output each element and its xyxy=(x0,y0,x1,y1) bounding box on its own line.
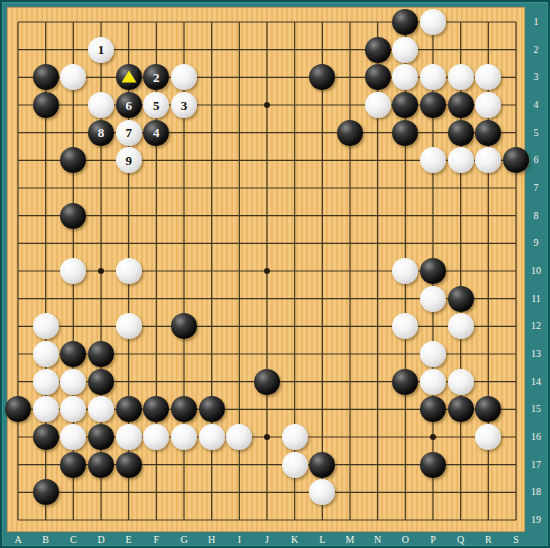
stone-black-D13 xyxy=(88,341,114,367)
column-label-N: N xyxy=(369,533,387,547)
column-label-I: I xyxy=(230,533,248,547)
stone-black-M5 xyxy=(337,120,363,146)
stone-black-O1 xyxy=(392,9,418,35)
row-label-17: 17 xyxy=(524,458,548,472)
stone-black-J14 xyxy=(254,369,280,395)
stone-white-G3 xyxy=(171,64,197,90)
stone-black-F15 xyxy=(143,396,169,422)
column-label-A: A xyxy=(9,533,27,547)
stone-black-C6 xyxy=(60,147,86,173)
row-label-11: 11 xyxy=(524,292,548,306)
stone-white-P11 xyxy=(420,286,446,312)
stone-black-D17 xyxy=(88,452,114,478)
stone-black-B16 xyxy=(33,424,59,450)
column-label-S: S xyxy=(507,533,525,547)
stone-white-E10 xyxy=(116,258,142,284)
stone-white-G16 xyxy=(171,424,197,450)
column-label-B: B xyxy=(37,533,55,547)
stone-black-B3 xyxy=(33,64,59,90)
stone-black-R15 xyxy=(475,396,501,422)
stone-black-H15 xyxy=(199,396,225,422)
move-number: 4 xyxy=(153,126,160,139)
stone-white-P6 xyxy=(420,147,446,173)
stone-black-C13 xyxy=(60,341,86,367)
row-label-9: 9 xyxy=(524,236,548,250)
move-number: 7 xyxy=(125,126,132,139)
stone-white-P3 xyxy=(420,64,446,90)
move-number: 9 xyxy=(125,154,132,167)
column-label-L: L xyxy=(313,533,331,547)
column-label-O: O xyxy=(396,533,414,547)
stone-black-Q11 xyxy=(448,286,474,312)
stone-white-H16 xyxy=(199,424,225,450)
row-label-12: 12 xyxy=(524,319,548,333)
stone-black-A15 xyxy=(5,396,31,422)
stone-black-Q4 xyxy=(448,92,474,118)
column-label-G: G xyxy=(175,533,193,547)
stone-black-E15 xyxy=(116,396,142,422)
row-label-16: 16 xyxy=(524,430,548,444)
column-label-D: D xyxy=(92,533,110,547)
stone-black-D14 xyxy=(88,369,114,395)
stone-white-B15 xyxy=(33,396,59,422)
column-label-Q: Q xyxy=(452,533,470,547)
stone-black-E4: 6 xyxy=(116,92,142,118)
column-label-C: C xyxy=(64,533,82,547)
stone-white-R3 xyxy=(475,64,501,90)
stone-white-D2: 1 xyxy=(88,37,114,63)
stone-white-I16 xyxy=(226,424,252,450)
stone-white-R6 xyxy=(475,147,501,173)
stone-black-D5: 8 xyxy=(88,120,114,146)
stone-white-Q3 xyxy=(448,64,474,90)
triangle-marker-icon xyxy=(116,64,142,90)
stone-white-G4: 3 xyxy=(171,92,197,118)
row-label-7: 7 xyxy=(524,181,548,195)
stone-white-Q6 xyxy=(448,147,474,173)
move-number: 3 xyxy=(181,99,188,112)
stone-white-C3 xyxy=(60,64,86,90)
stone-white-B14 xyxy=(33,369,59,395)
row-label-1: 1 xyxy=(524,15,548,29)
stone-white-Q12 xyxy=(448,313,474,339)
row-label-3: 3 xyxy=(524,70,548,84)
stone-black-Q5 xyxy=(448,120,474,146)
stone-black-P10 xyxy=(420,258,446,284)
stone-black-N2 xyxy=(365,37,391,63)
row-label-19: 19 xyxy=(524,513,548,527)
stone-white-D4 xyxy=(88,92,114,118)
move-number: 1 xyxy=(98,43,105,56)
stone-white-B13 xyxy=(33,341,59,367)
stone-white-F16 xyxy=(143,424,169,450)
go-board[interactable]: 126538749 xyxy=(8,8,524,531)
row-label-14: 14 xyxy=(524,375,548,389)
stone-black-E17 xyxy=(116,452,142,478)
stone-black-C8 xyxy=(60,203,86,229)
move-number: 6 xyxy=(125,99,132,112)
move-number: 8 xyxy=(98,126,105,139)
row-label-10: 10 xyxy=(524,264,548,278)
stone-black-E3 xyxy=(116,64,142,90)
stone-white-E5: 7 xyxy=(116,120,142,146)
stone-white-N4 xyxy=(365,92,391,118)
stone-white-C10 xyxy=(60,258,86,284)
stone-black-O5 xyxy=(392,120,418,146)
stone-white-O12 xyxy=(392,313,418,339)
stone-black-F3: 2 xyxy=(143,64,169,90)
stone-white-E16 xyxy=(116,424,142,450)
stone-white-B12 xyxy=(33,313,59,339)
stone-white-D15 xyxy=(88,396,114,422)
row-label-5: 5 xyxy=(524,126,548,140)
stone-white-P14 xyxy=(420,369,446,395)
stone-black-R5 xyxy=(475,120,501,146)
stone-black-P4 xyxy=(420,92,446,118)
move-number: 5 xyxy=(153,99,160,112)
stone-black-O4 xyxy=(392,92,418,118)
stone-white-L18 xyxy=(309,479,335,505)
stone-white-K16 xyxy=(282,424,308,450)
goban-frame: 126538749 ABCDEFGHIJKLMNOPQRS 1234567891… xyxy=(0,0,550,548)
column-label-J: J xyxy=(258,533,276,547)
stone-black-B4 xyxy=(33,92,59,118)
stone-black-G12 xyxy=(171,313,197,339)
row-label-18: 18 xyxy=(524,485,548,499)
stone-white-P1 xyxy=(420,9,446,35)
row-label-4: 4 xyxy=(524,98,548,112)
stone-black-P15 xyxy=(420,396,446,422)
stone-black-N3 xyxy=(365,64,391,90)
stone-white-O10 xyxy=(392,258,418,284)
stone-black-L3 xyxy=(309,64,335,90)
stone-black-L17 xyxy=(309,452,335,478)
column-label-H: H xyxy=(203,533,221,547)
stone-white-C14 xyxy=(60,369,86,395)
stone-black-B18 xyxy=(33,479,59,505)
column-label-F: F xyxy=(147,533,165,547)
stone-black-O14 xyxy=(392,369,418,395)
stone-white-F4: 5 xyxy=(143,92,169,118)
column-label-R: R xyxy=(479,533,497,547)
row-label-15: 15 xyxy=(524,402,548,416)
stone-black-Q15 xyxy=(448,396,474,422)
stone-white-R4 xyxy=(475,92,501,118)
stone-white-Q14 xyxy=(448,369,474,395)
stone-white-O2 xyxy=(392,37,418,63)
stone-white-E6: 9 xyxy=(116,147,142,173)
stone-white-R16 xyxy=(475,424,501,450)
stone-black-G15 xyxy=(171,396,197,422)
stone-white-P13 xyxy=(420,341,446,367)
column-labels: ABCDEFGHIJKLMNOPQRS xyxy=(0,533,550,548)
column-label-P: P xyxy=(424,533,442,547)
stone-white-C16 xyxy=(60,424,86,450)
stone-black-F5: 4 xyxy=(143,120,169,146)
stone-black-D16 xyxy=(88,424,114,450)
stone-white-E12 xyxy=(116,313,142,339)
stone-white-O3 xyxy=(392,64,418,90)
row-label-13: 13 xyxy=(524,347,548,361)
row-label-8: 8 xyxy=(524,209,548,223)
stone-black-C17 xyxy=(60,452,86,478)
row-label-2: 2 xyxy=(524,43,548,57)
column-label-E: E xyxy=(120,533,138,547)
stones-layer: 126538749 xyxy=(8,8,524,531)
stone-white-C15 xyxy=(60,396,86,422)
stone-black-P17 xyxy=(420,452,446,478)
move-number: 2 xyxy=(153,71,160,84)
row-labels: 12345678910111213141516171819 xyxy=(524,0,550,548)
stone-white-K17 xyxy=(282,452,308,478)
column-label-K: K xyxy=(286,533,304,547)
column-label-M: M xyxy=(341,533,359,547)
row-label-6: 6 xyxy=(524,153,548,167)
